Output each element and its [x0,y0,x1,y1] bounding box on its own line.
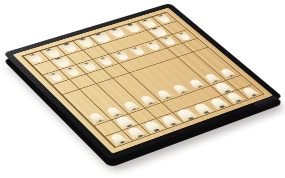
piece-kanji: 歩兵 [146,100,150,101]
piece-kanji: 金将 [115,32,120,33]
piece-kanji: 歩兵 [151,45,155,46]
piece-kanji: 玉将 [99,37,104,39]
piece-kanji: 金将 [83,42,88,43]
piece-kanji: 香車 [161,18,165,19]
piece-kanji: 歩兵 [129,105,133,106]
piece-kanji: 歩兵 [162,94,166,95]
piece-kanji: 銀将 [151,126,156,128]
piece-kanji: 王将 [184,114,189,116]
piece-kanji: 香車 [248,92,252,94]
piece-kanji: 歩兵 [86,65,90,66]
piece-kanji: 歩兵 [95,117,100,119]
piece-kanji: 歩兵 [53,76,57,77]
piece-kanji: 歩兵 [195,83,199,84]
piece-kanji: 金将 [168,120,173,122]
piece-kanji: 香車 [33,57,38,58]
piece-kanji: 歩兵 [119,55,123,56]
piece-kanji: 歩兵 [112,111,116,113]
piece-kanji: 銀将 [130,27,135,28]
piece-kanji: 銀将 [66,47,71,48]
piece-kanji: 銀将 [217,103,222,105]
piece-kanji: 歩兵 [135,50,139,51]
piece-kanji: 歩兵 [210,78,214,79]
piece-kanji: 歩兵 [70,71,74,72]
piece-kanji: 歩兵 [179,89,183,90]
board-surface: 香車桂馬銀将金将玉将金将銀将桂馬香車飛車角行歩兵歩兵歩兵歩兵歩兵歩兵歩兵歩兵歩兵… [13,8,273,154]
piece-lance-sente: 香車 [240,86,259,97]
piece-kanji: 飛車 [221,87,226,89]
case-frame: 香車桂馬銀将金将玉将金将銀将桂馬香車飛車角行歩兵歩兵歩兵歩兵歩兵歩兵歩兵歩兵歩兵… [3,3,283,160]
piece-kanji: 桂馬 [50,52,55,53]
piece-kanji: 角行 [122,121,127,123]
piece-kanji: 歩兵 [182,35,186,36]
piece-kanji: 歩兵 [167,40,171,41]
piece-kanji: 角行 [156,31,161,32]
piece-kanji: 香車 [116,138,121,140]
piece-kanji: 桂馬 [146,22,150,23]
product-photo: 香車桂馬銀将金将玉将金将銀将桂馬香車飛車角行歩兵歩兵歩兵歩兵歩兵歩兵歩兵歩兵歩兵… [0,0,285,178]
piece-kanji: 歩兵 [103,60,107,61]
piece-kanji: 桂馬 [233,97,237,99]
piece-kanji: 飛車 [59,61,64,63]
piece-kanji: 歩兵 [226,72,230,73]
piece-kanji: 金将 [201,108,206,110]
piece-kanji: 桂馬 [134,132,139,134]
